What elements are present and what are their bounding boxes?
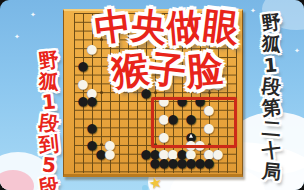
sparkle-icon: ✦ [250,8,256,15]
black-stone: ● [79,61,88,70]
sparkle-icon: ✦ [14,34,20,41]
sparkle-icon: ✦ [30,12,36,19]
black-stone: ● [88,123,97,132]
video-thumbnail-stage: ✦ ✦ ✦ ✦ ✦ ●●●●●●●●●●●●●●●●●●●●●●●●●●●●●●… [0,0,304,190]
white-stone: ● [214,149,223,158]
caption-char: 狐 [260,32,281,55]
caption-char: 猴 [109,44,152,98]
caption-char: 段 [38,175,60,190]
right-vertical-caption: 野狐1段第二十局 [257,12,285,182]
blue-dot-decoration [142,185,148,190]
black-stone: ● [205,158,214,167]
title-line-2: 猴子脸 [112,46,223,96]
caption-char: 子 [146,44,188,98]
highlight-box [151,97,237,148]
caption-char: 局 [260,160,281,183]
black-stone: ● [88,96,97,105]
sparkle-icon: ✦ [294,48,300,55]
left-vertical-caption: 野狐1段到5段 [35,50,63,190]
caption-char: 脸 [184,44,225,97]
white-stone: ● [106,149,115,158]
caption-char: 1 [263,54,278,76]
star-point [100,91,103,94]
